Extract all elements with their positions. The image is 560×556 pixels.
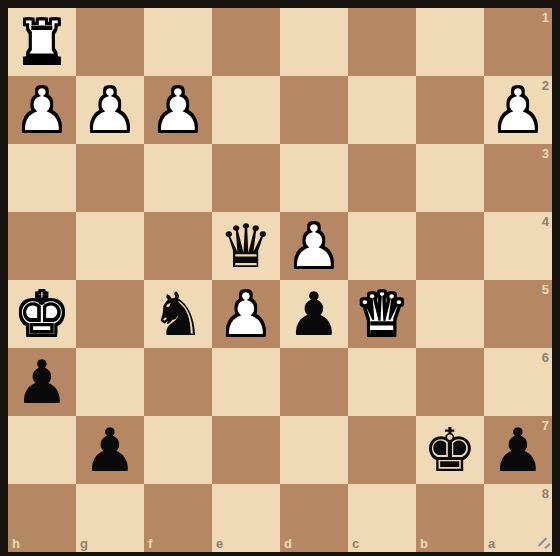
file-label-c: c bbox=[352, 537, 359, 550]
square-b7[interactable]: ♚ bbox=[416, 416, 484, 484]
square-e7[interactable] bbox=[212, 416, 280, 484]
square-h6[interactable]: ♟ bbox=[8, 348, 76, 416]
rank-label-1: 1 bbox=[542, 11, 549, 24]
rank-label-8: 8 bbox=[542, 487, 549, 500]
square-d5[interactable]: ♟ bbox=[280, 280, 348, 348]
black-pawn-a7[interactable]: ♟ bbox=[491, 416, 545, 484]
black-knight-f5[interactable]: ♞ bbox=[151, 280, 205, 348]
file-label-d: d bbox=[284, 537, 292, 550]
square-h7[interactable] bbox=[8, 416, 76, 484]
square-c8[interactable]: c bbox=[348, 484, 416, 552]
rank-label-2: 2 bbox=[542, 79, 549, 92]
square-e8[interactable]: e bbox=[212, 484, 280, 552]
square-e3[interactable] bbox=[212, 144, 280, 212]
square-g7[interactable]: ♟ bbox=[76, 416, 144, 484]
square-h5[interactable]: ♚ bbox=[8, 280, 76, 348]
rank-label-5: 5 bbox=[542, 283, 549, 296]
square-b8[interactable]: b bbox=[416, 484, 484, 552]
resize-handle-icon[interactable] bbox=[537, 535, 551, 549]
square-d7[interactable] bbox=[280, 416, 348, 484]
white-rook-h1[interactable]: ♜ bbox=[15, 8, 69, 76]
square-g4[interactable] bbox=[76, 212, 144, 280]
file-label-a: a bbox=[488, 537, 495, 550]
square-g3[interactable] bbox=[76, 144, 144, 212]
square-d3[interactable] bbox=[280, 144, 348, 212]
white-pawn-g2[interactable]: ♟ bbox=[83, 76, 137, 144]
square-h4[interactable] bbox=[8, 212, 76, 280]
black-queen-e4[interactable]: ♛ bbox=[219, 212, 273, 280]
chess-board: ♜1♟♟♟♟23♛♟4♚♞♟♟♛5♟6♟♚♟7hgfedcb8a bbox=[8, 8, 552, 552]
black-pawn-d5[interactable]: ♟ bbox=[287, 280, 341, 348]
square-g2[interactable]: ♟ bbox=[76, 76, 144, 144]
rank-label-7: 7 bbox=[542, 419, 549, 432]
square-g8[interactable]: g bbox=[76, 484, 144, 552]
square-e6[interactable] bbox=[212, 348, 280, 416]
square-d4[interactable]: ♟ bbox=[280, 212, 348, 280]
square-c5[interactable]: ♛ bbox=[348, 280, 416, 348]
square-e1[interactable] bbox=[212, 8, 280, 76]
square-h3[interactable] bbox=[8, 144, 76, 212]
square-c3[interactable] bbox=[348, 144, 416, 212]
square-g1[interactable] bbox=[76, 8, 144, 76]
white-pawn-h2[interactable]: ♟ bbox=[15, 76, 69, 144]
square-f2[interactable]: ♟ bbox=[144, 76, 212, 144]
square-b3[interactable] bbox=[416, 144, 484, 212]
square-c6[interactable] bbox=[348, 348, 416, 416]
square-h2[interactable]: ♟ bbox=[8, 76, 76, 144]
square-h8[interactable]: h bbox=[8, 484, 76, 552]
square-d8[interactable]: d bbox=[280, 484, 348, 552]
square-h1[interactable]: ♜ bbox=[8, 8, 76, 76]
square-f1[interactable] bbox=[144, 8, 212, 76]
black-pawn-h6[interactable]: ♟ bbox=[15, 348, 69, 416]
square-c7[interactable] bbox=[348, 416, 416, 484]
square-f3[interactable] bbox=[144, 144, 212, 212]
white-pawn-a2[interactable]: ♟ bbox=[491, 76, 545, 144]
white-pawn-e5[interactable]: ♟ bbox=[219, 280, 273, 348]
file-label-e: e bbox=[216, 537, 223, 550]
square-f5[interactable]: ♞ bbox=[144, 280, 212, 348]
square-g6[interactable] bbox=[76, 348, 144, 416]
square-a3[interactable]: 3 bbox=[484, 144, 552, 212]
square-c4[interactable] bbox=[348, 212, 416, 280]
square-f4[interactable] bbox=[144, 212, 212, 280]
rank-label-6: 6 bbox=[542, 351, 549, 364]
square-f8[interactable]: f bbox=[144, 484, 212, 552]
square-d1[interactable] bbox=[280, 8, 348, 76]
file-label-g: g bbox=[80, 537, 88, 550]
square-b4[interactable] bbox=[416, 212, 484, 280]
square-f7[interactable] bbox=[144, 416, 212, 484]
square-c2[interactable] bbox=[348, 76, 416, 144]
black-king-b7[interactable]: ♚ bbox=[423, 416, 477, 484]
square-a6[interactable]: 6 bbox=[484, 348, 552, 416]
file-label-b: b bbox=[420, 537, 428, 550]
square-d6[interactable] bbox=[280, 348, 348, 416]
square-e4[interactable]: ♛ bbox=[212, 212, 280, 280]
square-b6[interactable] bbox=[416, 348, 484, 416]
file-label-h: h bbox=[12, 537, 20, 550]
board-frame: ♜1♟♟♟♟23♛♟4♚♞♟♟♛5♟6♟♚♟7hgfedcb8a bbox=[0, 0, 560, 556]
square-e5[interactable]: ♟ bbox=[212, 280, 280, 348]
square-a5[interactable]: 5 bbox=[484, 280, 552, 348]
white-pawn-f2[interactable]: ♟ bbox=[151, 76, 205, 144]
rank-label-3: 3 bbox=[542, 147, 549, 160]
rank-label-4: 4 bbox=[542, 215, 549, 228]
square-b5[interactable] bbox=[416, 280, 484, 348]
white-king-h5[interactable]: ♚ bbox=[15, 280, 69, 348]
square-d2[interactable] bbox=[280, 76, 348, 144]
square-b1[interactable] bbox=[416, 8, 484, 76]
black-pawn-g7[interactable]: ♟ bbox=[83, 416, 137, 484]
square-b2[interactable] bbox=[416, 76, 484, 144]
white-pawn-d4[interactable]: ♟ bbox=[287, 212, 341, 280]
square-g5[interactable] bbox=[76, 280, 144, 348]
square-e2[interactable] bbox=[212, 76, 280, 144]
square-a1[interactable]: 1 bbox=[484, 8, 552, 76]
square-a4[interactable]: 4 bbox=[484, 212, 552, 280]
square-f6[interactable] bbox=[144, 348, 212, 416]
square-c1[interactable] bbox=[348, 8, 416, 76]
square-a7[interactable]: ♟7 bbox=[484, 416, 552, 484]
white-queen-c5[interactable]: ♛ bbox=[355, 280, 409, 348]
square-a2[interactable]: ♟2 bbox=[484, 76, 552, 144]
file-label-f: f bbox=[148, 537, 152, 550]
